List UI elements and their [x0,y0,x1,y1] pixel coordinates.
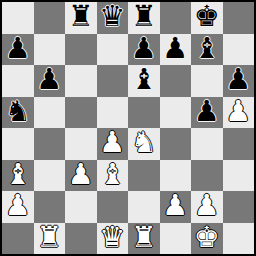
square-f6[interactable] [160,65,192,97]
white-bishop: ♝ [5,160,31,189]
square-g8[interactable]: ♚ [191,2,223,34]
square-e2[interactable] [128,191,160,223]
square-h5[interactable]: ♟ [223,97,255,129]
square-g5[interactable]: ♟ [191,97,223,129]
square-h6[interactable]: ♟ [223,65,255,97]
square-b1[interactable]: ♜ [34,223,66,255]
square-d4[interactable]: ♟ [97,128,129,160]
white-pawn: ♟ [5,191,31,220]
square-f4[interactable] [160,128,192,160]
white-knight: ♞ [131,128,157,157]
square-a5[interactable]: ♞ [2,97,34,129]
square-f8[interactable] [160,2,192,34]
black-pawn: ♟ [194,97,220,126]
square-c2[interactable] [65,191,97,223]
square-g6[interactable] [191,65,223,97]
square-h8[interactable] [223,2,255,34]
square-h4[interactable] [223,128,255,160]
black-pawn: ♟ [131,34,157,63]
square-g7[interactable]: ♝ [191,34,223,66]
white-pawn: ♟ [225,97,251,126]
black-rook: ♜ [68,2,94,31]
black-pawn: ♟ [5,34,31,63]
black-pawn: ♟ [36,65,62,94]
square-c6[interactable] [65,65,97,97]
square-a7[interactable]: ♟ [2,34,34,66]
square-b7[interactable] [34,34,66,66]
square-d8[interactable]: ♛ [97,2,129,34]
square-f2[interactable]: ♟ [160,191,192,223]
square-c5[interactable] [65,97,97,129]
square-h1[interactable] [223,223,255,255]
square-h3[interactable] [223,160,255,192]
square-d6[interactable] [97,65,129,97]
black-pawn: ♟ [162,34,188,63]
square-a2[interactable]: ♟ [2,191,34,223]
board-frame: ♜♛♜♚♟♟♟♝♟♝♟♞♟♟♟♞♝♟♝♟♟♟♜♛♜♚ [0,0,256,256]
square-f5[interactable] [160,97,192,129]
white-bishop: ♝ [99,160,125,189]
square-a1[interactable] [2,223,34,255]
square-a6[interactable] [2,65,34,97]
chess-board: ♜♛♜♚♟♟♟♝♟♝♟♞♟♟♟♞♝♟♝♟♟♟♜♛♜♚ [2,2,254,254]
square-d2[interactable] [97,191,129,223]
square-c1[interactable] [65,223,97,255]
white-pawn: ♟ [68,160,94,189]
square-c4[interactable] [65,128,97,160]
black-bishop: ♝ [131,65,157,94]
square-e5[interactable] [128,97,160,129]
square-a4[interactable] [2,128,34,160]
square-c3[interactable]: ♟ [65,160,97,192]
square-d1[interactable]: ♛ [97,223,129,255]
square-g1[interactable]: ♚ [191,223,223,255]
white-king: ♚ [194,223,220,252]
square-e8[interactable]: ♜ [128,2,160,34]
white-pawn: ♟ [194,191,220,220]
white-rook: ♜ [36,223,62,252]
square-d5[interactable] [97,97,129,129]
square-e1[interactable]: ♜ [128,223,160,255]
square-f7[interactable]: ♟ [160,34,192,66]
square-e3[interactable] [128,160,160,192]
square-h7[interactable] [223,34,255,66]
square-e4[interactable]: ♞ [128,128,160,160]
square-f3[interactable] [160,160,192,192]
black-bishop: ♝ [194,34,220,63]
square-e6[interactable]: ♝ [128,65,160,97]
square-a3[interactable]: ♝ [2,160,34,192]
black-rook: ♜ [131,2,157,31]
white-pawn: ♟ [162,191,188,220]
black-pawn: ♟ [225,65,251,94]
square-g2[interactable]: ♟ [191,191,223,223]
square-g3[interactable] [191,160,223,192]
square-g4[interactable] [191,128,223,160]
square-b6[interactable]: ♟ [34,65,66,97]
square-d3[interactable]: ♝ [97,160,129,192]
square-b4[interactable] [34,128,66,160]
square-f1[interactable] [160,223,192,255]
square-b5[interactable] [34,97,66,129]
square-b2[interactable] [34,191,66,223]
square-b3[interactable] [34,160,66,192]
white-pawn: ♟ [99,128,125,157]
square-e7[interactable]: ♟ [128,34,160,66]
square-c7[interactable] [65,34,97,66]
square-b8[interactable] [34,2,66,34]
black-knight: ♞ [5,97,31,126]
white-queen: ♛ [99,223,125,252]
square-a8[interactable] [2,2,34,34]
white-rook: ♜ [131,223,157,252]
square-h2[interactable] [223,191,255,223]
square-d7[interactable] [97,34,129,66]
black-king: ♚ [194,2,220,31]
black-queen: ♛ [99,2,125,31]
square-c8[interactable]: ♜ [65,2,97,34]
